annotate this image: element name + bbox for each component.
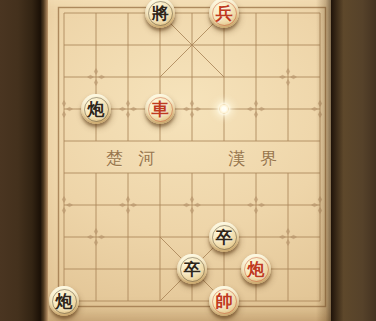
last-move-dot <box>219 104 229 114</box>
piece-glyph: 帥 <box>216 293 233 310</box>
piece-glyph: 將 <box>152 5 169 22</box>
piece-grid: 將兵炮車卒卒炮炮帥 <box>48 0 336 317</box>
piece-glyph: 卒 <box>184 261 201 278</box>
piece-glyph: 炮 <box>56 293 73 310</box>
piece-black-general[interactable]: 將 <box>145 0 175 28</box>
piece-glyph: 兵 <box>216 5 233 22</box>
piece-red-cannon[interactable]: 炮 <box>241 254 271 284</box>
piece-red-soldier[interactable]: 兵 <box>209 0 239 28</box>
piece-black-soldier[interactable]: 卒 <box>177 254 207 284</box>
board-edge-left <box>40 0 48 321</box>
piece-glyph: 炮 <box>88 101 105 118</box>
wood-frame-right <box>331 0 376 321</box>
wood-frame-left <box>0 0 40 321</box>
piece-glyph: 卒 <box>216 229 233 246</box>
piece-red-chariot[interactable]: 車 <box>145 94 175 124</box>
xiangqi-app: 楚河 漢界 將兵炮車卒卒炮炮帥 <box>0 0 376 321</box>
piece-black-cannon[interactable]: 炮 <box>49 286 79 316</box>
piece-black-soldier[interactable]: 卒 <box>209 222 239 252</box>
piece-glyph: 車 <box>152 101 169 118</box>
piece-red-general[interactable]: 帥 <box>209 286 239 316</box>
piece-black-cannon[interactable]: 炮 <box>81 94 111 124</box>
board-edge-right-shadow <box>316 0 332 321</box>
piece-glyph: 炮 <box>248 261 265 278</box>
